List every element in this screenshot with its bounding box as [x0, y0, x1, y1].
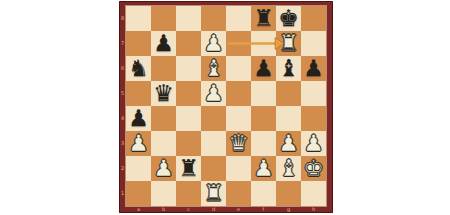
piece-white-pawn[interactable]: ♟	[253, 156, 274, 181]
piece-white-pawn[interactable]: ♟	[203, 81, 224, 106]
file-label-a: a	[126, 206, 151, 213]
square-f1[interactable]	[251, 181, 276, 206]
square-g8[interactable]: ♚	[276, 6, 301, 31]
file-label-g: g	[276, 206, 301, 213]
square-e1[interactable]	[226, 181, 251, 206]
square-a4[interactable]: ♟	[126, 106, 151, 131]
square-h6[interactable]: ♟	[301, 56, 326, 81]
file-label-e: e	[226, 206, 251, 213]
rank-label-5: 5	[119, 81, 126, 106]
square-a6[interactable]: ♞	[126, 56, 151, 81]
square-e2[interactable]	[226, 156, 251, 181]
square-b5[interactable]: ♛	[151, 81, 176, 106]
square-a1[interactable]	[126, 181, 151, 206]
square-a3[interactable]: ♟	[126, 131, 151, 156]
square-h4[interactable]	[301, 106, 326, 131]
piece-white-bishop[interactable]: ♝	[278, 156, 299, 181]
square-h2[interactable]: ♚	[301, 156, 326, 181]
rank-label-2: 2	[119, 156, 126, 181]
square-g3[interactable]: ♟	[276, 131, 301, 156]
square-h3[interactable]: ♟	[301, 131, 326, 156]
square-a5[interactable]	[126, 81, 151, 106]
square-f6[interactable]: ♟	[251, 56, 276, 81]
piece-black-pawn[interactable]: ♟	[303, 56, 324, 81]
rank-label-6: 6	[119, 56, 126, 81]
square-d7[interactable]: ♟	[201, 31, 226, 56]
piece-black-rook[interactable]: ♜	[178, 156, 199, 181]
square-c7[interactable]	[176, 31, 201, 56]
square-e5[interactable]	[226, 81, 251, 106]
piece-white-rook[interactable]: ♜	[203, 181, 224, 206]
square-a8[interactable]	[126, 6, 151, 31]
square-h5[interactable]	[301, 81, 326, 106]
square-b1[interactable]	[151, 181, 176, 206]
piece-white-king[interactable]: ♚	[303, 156, 324, 181]
square-d6[interactable]: ♝	[201, 56, 226, 81]
square-e7[interactable]	[226, 31, 251, 56]
square-b3[interactable]	[151, 131, 176, 156]
piece-black-pawn[interactable]: ♟	[253, 56, 274, 81]
square-d3[interactable]	[201, 131, 226, 156]
square-c5[interactable]	[176, 81, 201, 106]
square-e8[interactable]	[226, 6, 251, 31]
square-b6[interactable]	[151, 56, 176, 81]
square-d1[interactable]: ♜	[201, 181, 226, 206]
piece-white-pawn[interactable]: ♟	[303, 131, 324, 156]
square-h1[interactable]	[301, 181, 326, 206]
square-g1[interactable]	[276, 181, 301, 206]
board-grid: ♜♚♟♟♜♞♝♟♝♟♛♟♟♟♛♟♟♟♜♟♝♚♜	[126, 6, 326, 206]
square-c3[interactable]	[176, 131, 201, 156]
chess-board: ♜♚♟♟♜♞♝♟♝♟♛♟♟♟♛♟♟♟♜♟♝♚♜ 87654321abcdefgh	[119, 1, 333, 213]
page-background: ♜♚♟♟♜♞♝♟♝♟♛♟♟♟♛♟♟♟♜♟♝♚♜ 87654321abcdefgh	[0, 0, 450, 215]
piece-black-bishop[interactable]: ♝	[278, 56, 299, 81]
square-f2[interactable]: ♟	[251, 156, 276, 181]
rank-label-4: 4	[119, 106, 126, 131]
square-c4[interactable]	[176, 106, 201, 131]
square-f5[interactable]	[251, 81, 276, 106]
square-d4[interactable]	[201, 106, 226, 131]
file-label-h: h	[301, 206, 326, 213]
square-f7[interactable]	[251, 31, 276, 56]
file-label-c: c	[176, 206, 201, 213]
square-h7[interactable]	[301, 31, 326, 56]
piece-white-pawn[interactable]: ♟	[128, 131, 149, 156]
square-f3[interactable]	[251, 131, 276, 156]
piece-black-pawn[interactable]: ♟	[128, 106, 149, 131]
file-label-d: d	[201, 206, 226, 213]
square-b4[interactable]	[151, 106, 176, 131]
square-c2[interactable]: ♜	[176, 156, 201, 181]
square-d2[interactable]	[201, 156, 226, 181]
piece-black-queen[interactable]: ♛	[153, 81, 174, 106]
square-f8[interactable]: ♜	[251, 6, 276, 31]
piece-white-queen[interactable]: ♛	[228, 131, 249, 156]
file-label-b: b	[151, 206, 176, 213]
square-g2[interactable]: ♝	[276, 156, 301, 181]
square-g4[interactable]	[276, 106, 301, 131]
square-b7[interactable]: ♟	[151, 31, 176, 56]
piece-black-knight[interactable]: ♞	[128, 56, 149, 81]
square-f4[interactable]	[251, 106, 276, 131]
piece-black-rook[interactable]: ♜	[253, 6, 274, 31]
square-c8[interactable]	[176, 6, 201, 31]
piece-black-pawn[interactable]: ♟	[153, 31, 174, 56]
file-label-f: f	[251, 206, 276, 213]
square-g6[interactable]: ♝	[276, 56, 301, 81]
square-a2[interactable]	[126, 156, 151, 181]
piece-black-king[interactable]: ♚	[278, 6, 299, 31]
square-d8[interactable]	[201, 6, 226, 31]
square-g5[interactable]	[276, 81, 301, 106]
square-h8[interactable]	[301, 6, 326, 31]
rank-label-8: 8	[119, 6, 126, 31]
piece-white-pawn[interactable]: ♟	[278, 131, 299, 156]
square-g7[interactable]: ♜	[276, 31, 301, 56]
square-d5[interactable]: ♟	[201, 81, 226, 106]
square-e4[interactable]	[226, 106, 251, 131]
square-b2[interactable]: ♟	[151, 156, 176, 181]
piece-white-rook[interactable]: ♜	[278, 31, 299, 56]
square-e3[interactable]: ♛	[226, 131, 251, 156]
piece-white-bishop[interactable]: ♝	[203, 56, 224, 81]
square-c6[interactable]	[176, 56, 201, 81]
rank-label-7: 7	[119, 31, 126, 56]
square-a7[interactable]	[126, 31, 151, 56]
piece-white-pawn[interactable]: ♟	[203, 31, 224, 56]
square-c1[interactable]	[176, 181, 201, 206]
square-e6[interactable]	[226, 56, 251, 81]
rank-label-3: 3	[119, 131, 126, 156]
rank-label-1: 1	[119, 181, 126, 206]
piece-white-pawn[interactable]: ♟	[153, 156, 174, 181]
square-b8[interactable]	[151, 6, 176, 31]
